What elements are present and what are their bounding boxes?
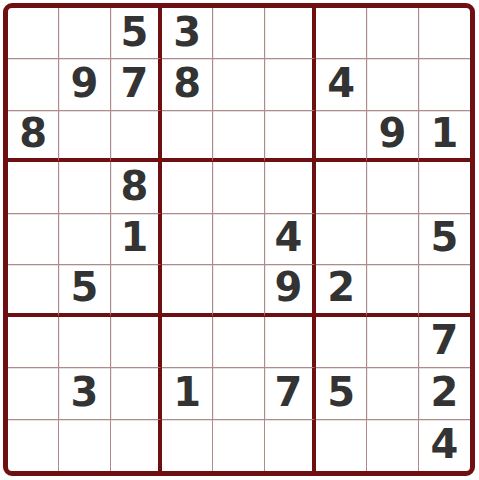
cell-r8c8-empty[interactable] [367, 368, 418, 419]
cell-r6c9-empty[interactable] [419, 265, 470, 316]
cell-r3c2-empty[interactable] [59, 111, 110, 162]
cell-r8c6-given-7: 7 [265, 368, 316, 419]
cell-r8c1-empty[interactable] [8, 368, 59, 419]
cell-r8c9-given-2: 2 [419, 368, 470, 419]
cell-r8c5-empty[interactable] [213, 368, 264, 419]
cell-r6c2-given-5: 5 [59, 265, 110, 316]
cell-r6c8-empty[interactable] [367, 265, 418, 316]
cell-r4c9-empty[interactable] [419, 162, 470, 213]
cell-r9c1-empty[interactable] [8, 420, 59, 471]
cell-r6c7-given-2: 2 [316, 265, 367, 316]
cell-r9c3-empty[interactable] [111, 420, 162, 471]
cell-r7c8-empty[interactable] [367, 317, 418, 368]
cell-r7c3-empty[interactable] [111, 317, 162, 368]
cell-r4c4-empty[interactable] [162, 162, 213, 213]
cell-r9c6-empty[interactable] [265, 420, 316, 471]
cell-r8c2-given-3: 3 [59, 368, 110, 419]
cell-r1c7-empty[interactable] [316, 8, 367, 59]
cell-r4c3-given-8: 8 [111, 162, 162, 213]
cell-r3c9-given-1: 1 [419, 111, 470, 162]
cell-r7c5-empty[interactable] [213, 317, 264, 368]
cell-r1c1-empty[interactable] [8, 8, 59, 59]
cell-r5c5-empty[interactable] [213, 214, 264, 265]
cell-r7c7-empty[interactable] [316, 317, 367, 368]
cell-r4c1-empty[interactable] [8, 162, 59, 213]
cell-r7c9-given-7: 7 [419, 317, 470, 368]
cell-r4c5-empty[interactable] [213, 162, 264, 213]
cell-r9c5-empty[interactable] [213, 420, 264, 471]
sudoku-board: 53978489181455927317524 [3, 3, 475, 476]
cell-r1c8-empty[interactable] [367, 8, 418, 59]
cell-r5c1-empty[interactable] [8, 214, 59, 265]
cell-r2c5-empty[interactable] [213, 59, 264, 110]
cell-r2c1-empty[interactable] [8, 59, 59, 110]
cell-r9c8-empty[interactable] [367, 420, 418, 471]
cell-r9c9-given-4: 4 [419, 420, 470, 471]
cell-r6c6-given-9: 9 [265, 265, 316, 316]
cell-r7c4-empty[interactable] [162, 317, 213, 368]
cell-r7c6-empty[interactable] [265, 317, 316, 368]
cell-r5c6-given-4: 4 [265, 214, 316, 265]
cell-r2c8-empty[interactable] [367, 59, 418, 110]
cell-r4c7-empty[interactable] [316, 162, 367, 213]
cell-r5c4-empty[interactable] [162, 214, 213, 265]
cell-r2c3-given-7: 7 [111, 59, 162, 110]
cell-r1c6-empty[interactable] [265, 8, 316, 59]
cell-r6c1-empty[interactable] [8, 265, 59, 316]
cell-r2c7-given-4: 4 [316, 59, 367, 110]
cell-r2c6-empty[interactable] [265, 59, 316, 110]
cell-r1c3-given-5: 5 [111, 8, 162, 59]
cell-r8c7-given-5: 5 [316, 368, 367, 419]
cell-r1c4-given-3: 3 [162, 8, 213, 59]
cell-r6c5-empty[interactable] [213, 265, 264, 316]
cell-r8c4-given-1: 1 [162, 368, 213, 419]
cell-r9c7-empty[interactable] [316, 420, 367, 471]
cell-r6c4-empty[interactable] [162, 265, 213, 316]
cell-r2c2-given-9: 9 [59, 59, 110, 110]
cell-r6c3-empty[interactable] [111, 265, 162, 316]
cell-r7c1-empty[interactable] [8, 317, 59, 368]
cell-r3c5-empty[interactable] [213, 111, 264, 162]
cell-r7c2-empty[interactable] [59, 317, 110, 368]
cell-r9c4-empty[interactable] [162, 420, 213, 471]
cell-r3c3-empty[interactable] [111, 111, 162, 162]
cell-r3c8-given-9: 9 [367, 111, 418, 162]
cell-r5c3-given-1: 1 [111, 214, 162, 265]
cell-r2c9-empty[interactable] [419, 59, 470, 110]
cell-r3c6-empty[interactable] [265, 111, 316, 162]
cell-r8c3-empty[interactable] [111, 368, 162, 419]
cell-r5c9-given-5: 5 [419, 214, 470, 265]
cell-r5c7-empty[interactable] [316, 214, 367, 265]
cell-r1c9-empty[interactable] [419, 8, 470, 59]
cell-r1c2-empty[interactable] [59, 8, 110, 59]
cell-r9c2-empty[interactable] [59, 420, 110, 471]
cell-r2c4-given-8: 8 [162, 59, 213, 110]
cell-r3c4-empty[interactable] [162, 111, 213, 162]
cell-r4c2-empty[interactable] [59, 162, 110, 213]
cell-r3c1-given-8: 8 [8, 111, 59, 162]
cell-r4c6-empty[interactable] [265, 162, 316, 213]
cell-r5c2-empty[interactable] [59, 214, 110, 265]
cell-r4c8-empty[interactable] [367, 162, 418, 213]
cell-r5c8-empty[interactable] [367, 214, 418, 265]
cell-r3c7-empty[interactable] [316, 111, 367, 162]
cell-r1c5-empty[interactable] [213, 8, 264, 59]
